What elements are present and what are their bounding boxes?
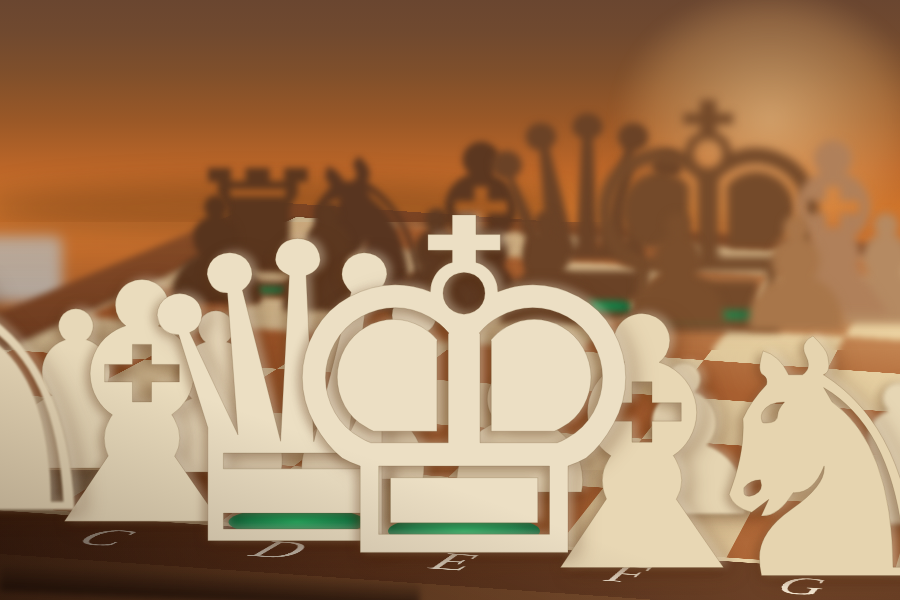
chess-photo-scene: ABCDEFGH ♞♟♝♟♛♟♚♟♝♟♟♞♟♜♟♞♟♝♟♛♟♚♟♝♟: [0, 0, 900, 600]
king-glyph: ♚: [257, 161, 671, 600]
knight-glyph: ♞: [676, 299, 900, 600]
knight-glyph: ♞: [0, 236, 127, 560]
pieces-layer: ♞♟♝♟♛♟♚♟♝♟♟♞♟♜♟♞♟♝♟♛♟♚♟♝♟: [0, 0, 900, 600]
